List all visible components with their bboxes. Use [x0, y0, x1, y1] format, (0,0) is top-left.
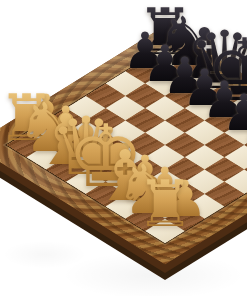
chess-board-grid: ♜♞♝♛♚♝♞♜♟♟♟♟♟♟♟♟♟♟♟♟♟♟♟♟♜♞♝♛♚♝♞♜	[7, 47, 247, 243]
chess-board: ♜♞♝♛♚♝♞♜♟♟♟♟♟♟♟♟♟♟♟♟♟♟♟♟♜♞♝♛♚♝♞♜	[0, 26, 247, 264]
black-rook-icon: ♜	[136, 0, 193, 64]
product-photo-scene: ♜♞♝♛♚♝♞♜♟♟♟♟♟♟♟♟♟♟♟♟♟♟♟♟♜♞♝♛♚♝♞♜	[0, 0, 247, 296]
